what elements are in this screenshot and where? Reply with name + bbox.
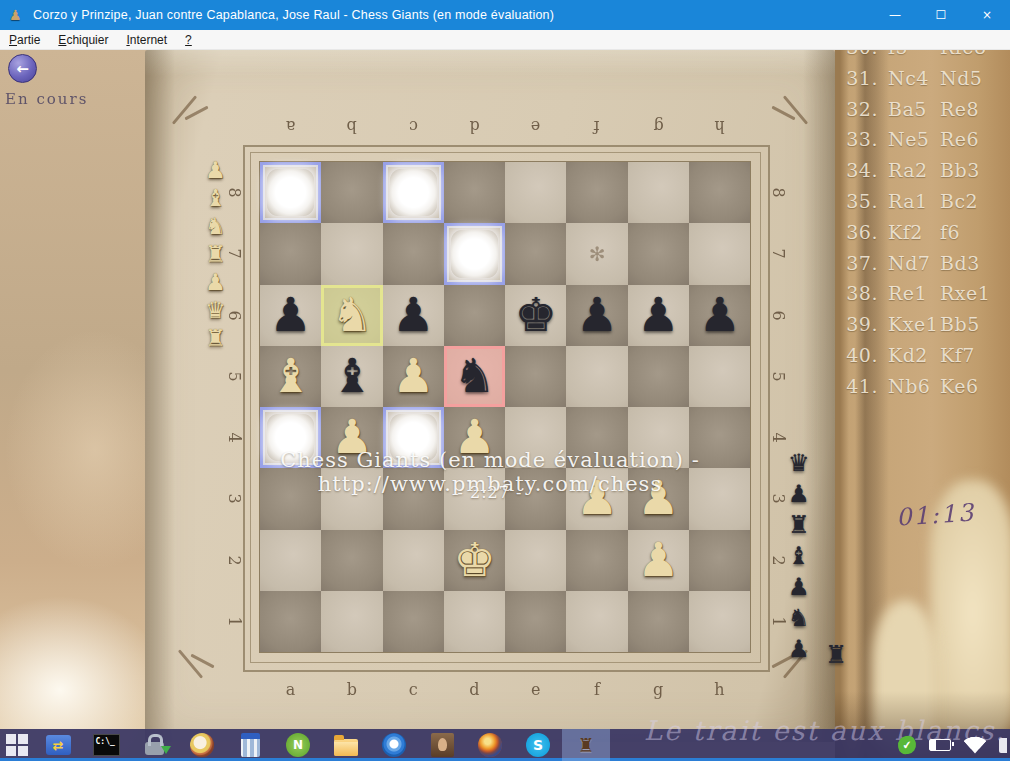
- square-h1[interactable]: [689, 591, 750, 652]
- black-move: Bb3: [940, 159, 1010, 181]
- white-move: Ba5: [888, 98, 940, 120]
- rank-label-8: 8: [747, 182, 808, 204]
- firefox-icon: [478, 733, 502, 757]
- white-move: f5: [888, 50, 940, 58]
- app-icon: ♟: [9, 7, 25, 23]
- square-a5[interactable]: ♝: [260, 346, 321, 407]
- move-number: 31.: [836, 67, 878, 89]
- calculator-icon: [241, 733, 260, 757]
- white-pawn-g2[interactable]: ♟: [628, 530, 689, 590]
- square-b2[interactable]: [321, 530, 382, 591]
- move-number: 30.: [836, 50, 878, 58]
- square-b5[interactable]: ♝: [321, 346, 382, 407]
- move-row-35[interactable]: 35.Ra1Bc2: [836, 190, 1010, 212]
- skype-icon: S: [526, 733, 550, 757]
- square-d6[interactable]: [444, 285, 505, 346]
- file-label-c: c: [383, 114, 444, 140]
- square-a2[interactable]: [260, 530, 321, 591]
- black-king-e6[interactable]: ♚: [505, 285, 566, 345]
- photo-viewer-button[interactable]: [418, 729, 466, 761]
- maximize-button[interactable]: ☐: [918, 0, 964, 30]
- remote-desktop-icon: ⇄: [46, 735, 71, 755]
- square-f5[interactable]: [566, 346, 627, 407]
- paint-icon: [190, 733, 214, 757]
- file-labels-top: abcdefgh: [260, 114, 750, 140]
- square-e6[interactable]: ♚: [505, 285, 566, 346]
- black-move: Bc2: [940, 190, 1010, 212]
- board-frame: abcdefgh abcdefgh 87654321 87654321 ✻♟♞♟…: [145, 50, 835, 742]
- white-move: Kf2: [888, 221, 940, 243]
- rank-labels-right: 87654321: [767, 162, 789, 652]
- square-a6[interactable]: ♟: [260, 285, 321, 346]
- square-d5[interactable]: ♞: [444, 346, 505, 407]
- captured-white-rook: ♜: [205, 242, 226, 267]
- captured-white-pawn: ♟: [205, 270, 226, 295]
- white-move: Nb6: [888, 375, 940, 397]
- menu-bar: PartieEchiquierInternet?: [0, 30, 1010, 50]
- square-f2[interactable]: [566, 530, 627, 591]
- file-label-e: e: [505, 114, 566, 140]
- square-e7[interactable]: [505, 223, 566, 284]
- square-c6[interactable]: ♟: [383, 285, 444, 346]
- antivirus-icon[interactable]: ✔: [897, 735, 917, 755]
- move-row-31[interactable]: 31.Nc4Nd5: [836, 67, 1010, 89]
- minimize-button[interactable]: —: [872, 0, 918, 30]
- putty-lock-icon: [145, 742, 164, 755]
- white-move: Ra1: [888, 190, 940, 212]
- move-number: 33.: [836, 128, 878, 150]
- file-labels-bottom: abcdefgh: [260, 676, 750, 702]
- back-button[interactable]: ←: [8, 54, 37, 83]
- square-c1[interactable]: [383, 591, 444, 652]
- corner-flourish: [179, 642, 215, 684]
- file-label-d: d: [444, 114, 505, 140]
- square-g2[interactable]: ♟: [628, 530, 689, 591]
- square-c7[interactable]: [383, 223, 444, 284]
- square-g1[interactable]: [628, 591, 689, 652]
- square-c2[interactable]: [383, 530, 444, 591]
- captured-white-knight: ♞: [205, 214, 226, 239]
- square-g8[interactable]: [628, 162, 689, 223]
- square-g6[interactable]: ♟: [628, 285, 689, 346]
- chromium-icon: [382, 733, 406, 757]
- white-move: Ne5: [888, 128, 940, 150]
- square-a8[interactable]: [260, 162, 321, 223]
- file-label-c: c: [383, 676, 444, 702]
- background-photo-left: [0, 50, 145, 761]
- white-move: Nd7: [888, 252, 940, 274]
- move-row-30[interactable]: 30.f5Rfe8: [836, 50, 1010, 58]
- square-f7[interactable]: ✻: [566, 223, 627, 284]
- rank-label-6: 6: [747, 304, 808, 326]
- file-label-b: b: [321, 114, 382, 140]
- back-arrow-icon: ←: [16, 60, 29, 78]
- move-number: 39.: [836, 313, 878, 335]
- captured-black-bishop: ♝: [788, 543, 810, 570]
- window-title: Corzo y Prinzipe, Juan contre Capablanca…: [33, 8, 554, 22]
- content-area: abcdefgh abcdefgh 87654321 87654321 ✻♟♞♟…: [0, 50, 1010, 761]
- move-list: 30.f5Rfe831.Nc4Nd532.Ba5Re833.Ne5Re634.R…: [836, 50, 1010, 761]
- chess-giants-window: ♟ Corzo y Prinzipe, Juan contre Capablan…: [0, 0, 1010, 761]
- black-move: Rxe1: [940, 282, 1010, 304]
- black-pawn-c6[interactable]: ♟: [383, 285, 444, 345]
- move-number: 35.: [836, 190, 878, 212]
- black-move: Bb5: [940, 313, 1010, 335]
- rank-label-4: 4: [747, 427, 808, 449]
- square-a7[interactable]: [260, 223, 321, 284]
- white-move: Ra2: [888, 159, 940, 181]
- move-row-41[interactable]: 41.Nb6Ke6: [836, 375, 1010, 397]
- file-label-g: g: [628, 676, 689, 702]
- file-label-e: e: [505, 676, 566, 702]
- square-d8[interactable]: [444, 162, 505, 223]
- square-e8[interactable]: [505, 162, 566, 223]
- file-label-d: d: [444, 676, 505, 702]
- square-d2[interactable]: ♚: [444, 530, 505, 591]
- square-f1[interactable]: [566, 591, 627, 652]
- move-row-39[interactable]: 39.Kxe1Bb5: [836, 313, 1010, 335]
- square-f6[interactable]: ♟: [566, 285, 627, 346]
- battery-icon[interactable]: [929, 739, 951, 751]
- file-explorer-button[interactable]: [322, 729, 370, 761]
- file-label-a: a: [260, 114, 321, 140]
- black-pawn-f6[interactable]: ♟: [566, 285, 627, 345]
- corner-flourish: [771, 90, 807, 132]
- white-move: Kd2: [888, 344, 940, 366]
- taskbar: Le trait est aux blancs. ⇄C:\_NS♜ ✔: [0, 729, 1010, 761]
- square-ornament: ✻: [566, 223, 627, 284]
- move-number: 38.: [836, 282, 878, 304]
- square-e5[interactable]: [505, 346, 566, 407]
- file-label-h: h: [689, 676, 750, 702]
- wifi-icon[interactable]: [964, 737, 986, 754]
- file-explorer-icon: [334, 739, 358, 756]
- white-king-d2[interactable]: ♚: [444, 530, 505, 590]
- captured-white-tray: ♟♝♞♜♟♛♜: [205, 158, 226, 351]
- square-b7[interactable]: [321, 223, 382, 284]
- menu-echiquier[interactable]: Echiquier: [49, 30, 117, 49]
- move-number: 34.: [836, 159, 878, 181]
- black-move: f6: [940, 221, 1010, 243]
- rank-label-4: 4: [203, 427, 264, 449]
- file-label-g: g: [628, 114, 689, 140]
- system-tray: ✔: [898, 729, 1010, 761]
- file-label-f: f: [566, 114, 627, 140]
- move-row-38[interactable]: 38.Re1Rxe1: [836, 282, 1010, 304]
- captured-white-pawn: ♟: [205, 158, 226, 183]
- watermark-line2: - 2:27 -: [145, 483, 835, 502]
- command-prompt-icon: C:\_: [93, 734, 120, 756]
- remote-desktop-button[interactable]: ⇄: [34, 729, 82, 761]
- move-row-36[interactable]: 36.Kf2f6: [836, 221, 1010, 243]
- white-move: Nc4: [888, 67, 940, 89]
- captured-white-rook: ♜: [205, 326, 226, 351]
- start-icon: [6, 734, 28, 756]
- command-prompt-button[interactable]: C:\_: [82, 729, 130, 761]
- captured-black-pawn: ♟: [788, 574, 810, 601]
- square-h7[interactable]: [689, 223, 750, 284]
- square-c8[interactable]: [383, 162, 444, 223]
- menu-partie[interactable]: Partie: [0, 30, 49, 49]
- white-bishop-a5[interactable]: ♝: [260, 346, 321, 406]
- white-move: Kxe1: [888, 313, 940, 335]
- black-move: Kf7: [940, 344, 1010, 366]
- square-e1[interactable]: [505, 591, 566, 652]
- legal-move-glow: [451, 230, 498, 277]
- board: ✻♟♞♟♚♟♟♟♝♝♟♞♟♟♟♟♚♟: [260, 162, 750, 652]
- square-h8[interactable]: [689, 162, 750, 223]
- start-button[interactable]: [0, 729, 34, 761]
- file-label-h: h: [689, 114, 750, 140]
- chromium-button[interactable]: [370, 729, 418, 761]
- paint-button[interactable]: [178, 729, 226, 761]
- square-h6[interactable]: ♟: [689, 285, 750, 346]
- notepad-plus-icon: N: [286, 733, 310, 757]
- taskbar-icons: ⇄C:\_NS♜: [0, 729, 610, 761]
- move-row-34[interactable]: 34.Ra2Bb3: [836, 159, 1010, 181]
- hidden-tray-icon[interactable]: [999, 738, 1007, 753]
- move-number: 40.: [836, 344, 878, 366]
- square-b6[interactable]: ♞: [321, 285, 382, 346]
- square-g5[interactable]: [628, 346, 689, 407]
- chess-giants-icon: ♜: [562, 729, 610, 761]
- title-bar: ♟ Corzo y Prinzipe, Juan contre Capablan…: [0, 0, 1010, 30]
- square-a1[interactable]: [260, 591, 321, 652]
- square-h2[interactable]: [689, 530, 750, 591]
- captured-black-knight: ♞: [788, 605, 810, 632]
- notepad-plus-button[interactable]: N: [274, 729, 322, 761]
- black-knight-d5[interactable]: ♞: [444, 346, 505, 406]
- rank-label-5: 5: [747, 365, 808, 387]
- square-c5[interactable]: ♟: [383, 346, 444, 407]
- legal-move-glow: [390, 169, 437, 216]
- move-row-37[interactable]: 37.Nd7Bd3: [836, 252, 1010, 274]
- move-number: 36.: [836, 221, 878, 243]
- black-move: Re6: [940, 128, 1010, 150]
- black-move: Rfe8: [940, 50, 1010, 58]
- black-bishop-b5[interactable]: ♝: [321, 346, 382, 406]
- square-h5[interactable]: [689, 346, 750, 407]
- rank-label-5: 5: [203, 365, 264, 387]
- calculator-button[interactable]: [226, 729, 274, 761]
- square-e2[interactable]: [505, 530, 566, 591]
- move-row-40[interactable]: 40.Kd2Kf7: [836, 344, 1010, 366]
- move-number: 32.: [836, 98, 878, 120]
- square-b1[interactable]: [321, 591, 382, 652]
- file-label-a: a: [260, 676, 321, 702]
- game-status-label: En cours: [5, 90, 88, 108]
- corner-flourish: [173, 90, 209, 132]
- rank-labels-left: 87654321: [223, 162, 245, 652]
- window-controls: — ☐ ×: [872, 0, 1010, 30]
- black-pawn-g6[interactable]: ♟: [628, 285, 689, 345]
- black-move: Bd3: [940, 252, 1010, 274]
- white-move: Re1: [888, 282, 940, 304]
- firefox-button[interactable]: [466, 729, 514, 761]
- putty-lock-button[interactable]: [130, 729, 178, 761]
- captured-black-rook: ♜: [788, 512, 810, 539]
- skype-button[interactable]: S: [514, 729, 562, 761]
- captured-black-pawn: ♟: [788, 636, 810, 663]
- square-d7[interactable]: [444, 223, 505, 284]
- black-move: Ke6: [940, 375, 1010, 397]
- move-row-33[interactable]: 33.Ne5Re6: [836, 128, 1010, 150]
- rank-label-2: 2: [203, 549, 264, 571]
- photo-viewer-icon: [431, 733, 454, 757]
- menu-help[interactable]: ?: [176, 30, 201, 49]
- black-pawn-h6[interactable]: ♟: [689, 285, 750, 345]
- move-number: 41.: [836, 375, 878, 397]
- black-move: Nd5: [940, 67, 1010, 89]
- rank-label-1: 1: [203, 610, 264, 632]
- legal-move-glow: [267, 169, 314, 216]
- rank-label-7: 7: [747, 243, 808, 265]
- black-pawn-a6[interactable]: ♟: [260, 285, 321, 345]
- move-row-32[interactable]: 32.Ba5Re8: [836, 98, 1010, 120]
- white-pawn-c5[interactable]: ♟: [383, 346, 444, 406]
- square-f8[interactable]: [566, 162, 627, 223]
- square-d1[interactable]: [444, 591, 505, 652]
- black-move: Re8: [940, 98, 1010, 120]
- menu-internet[interactable]: Internet: [117, 30, 176, 49]
- square-b8[interactable]: [321, 162, 382, 223]
- chess-giants-button[interactable]: ♜: [562, 729, 610, 761]
- move-number: 37.: [836, 252, 878, 274]
- file-label-f: f: [566, 676, 627, 702]
- square-g7[interactable]: [628, 223, 689, 284]
- captured-white-queen: ♛: [205, 298, 226, 323]
- captured-white-bishop: ♝: [205, 186, 226, 211]
- close-button[interactable]: ×: [964, 0, 1010, 30]
- white-knight-b6[interactable]: ♞: [321, 285, 382, 345]
- file-label-b: b: [321, 676, 382, 702]
